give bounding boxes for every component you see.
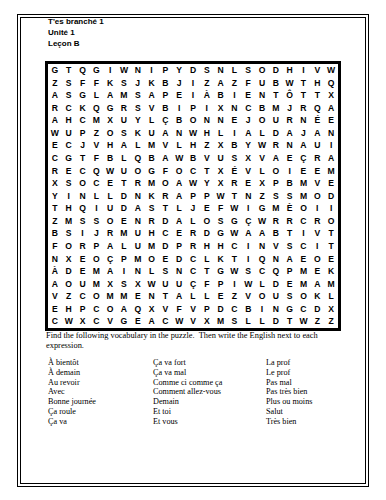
grid-cell: Y — [48, 190, 62, 203]
grid-cell: S — [200, 64, 214, 77]
grid-cell: T — [228, 190, 242, 203]
grid-cell: B — [241, 303, 255, 316]
grid-cell: F — [89, 152, 103, 165]
grid-cell: U — [172, 278, 186, 291]
grid-cell: P — [76, 303, 90, 316]
grid-cell: É — [228, 165, 242, 178]
grid-cell: C — [89, 315, 103, 328]
grid-cell: T — [269, 89, 283, 102]
grid-cell: Q — [255, 253, 269, 266]
word-list-column-1: À bientôtÀ demainAu revoirAvecBonne jour… — [48, 358, 148, 427]
grid-cell: D — [269, 315, 283, 328]
word-item: Au revoir — [48, 378, 148, 388]
grid-cell: D — [117, 202, 131, 215]
grid-cell: X — [324, 303, 338, 316]
grid-cell: Ô — [283, 89, 297, 102]
worksheet-header: T'es branché 1 Unité 1 Leçon B — [48, 16, 104, 49]
grid-cell: À — [48, 265, 62, 278]
grid-cell: W — [103, 165, 117, 178]
grid-cell: L — [89, 190, 103, 203]
grid-cell: A — [241, 227, 255, 240]
grid-cell: L — [241, 315, 255, 328]
grid-cell: V — [89, 139, 103, 152]
grid-cell: O — [145, 253, 159, 266]
grid-cell: V — [241, 165, 255, 178]
grid-cell: V — [310, 227, 324, 240]
grid-cell: A — [48, 114, 62, 127]
grid-cell: G — [145, 165, 159, 178]
grid-cell: L — [117, 152, 131, 165]
grid-cell: Z — [62, 290, 76, 303]
grid-cell: T — [76, 152, 90, 165]
grid-cell: C — [62, 102, 76, 115]
grid-cell: Ç — [103, 253, 117, 266]
grid-cell: N — [200, 114, 214, 127]
grid-cell: X — [200, 315, 214, 328]
grid-cell: K — [145, 77, 159, 90]
grid-cell: R — [48, 165, 62, 178]
grid-cell: L — [145, 114, 159, 127]
grid-cell: Y — [172, 64, 186, 77]
grid-cell: E — [297, 253, 311, 266]
grid-cell: N — [228, 102, 242, 115]
grid-cell: V — [186, 303, 200, 316]
grid-cell: N — [172, 265, 186, 278]
grid-cell: O — [131, 165, 145, 178]
grid-cell: B — [145, 152, 159, 165]
grid-cell: A — [172, 215, 186, 228]
word-list-column-3: La profLe profPas malPas très bienPlus o… — [266, 358, 361, 427]
grid-cell: X — [241, 152, 255, 165]
grid-cell: D — [62, 265, 76, 278]
word-search-grid: GTQGIWNIPYDSNLSODHIVWZSFFKSJKBJIZAZFUBWT… — [45, 61, 341, 331]
grid-cell: N — [214, 114, 228, 127]
grid-cell: S — [62, 227, 76, 240]
grid-cell: Q — [89, 102, 103, 115]
grid-cell: M — [269, 202, 283, 215]
grid-cell: E — [200, 202, 214, 215]
grid-cell: P — [172, 240, 186, 253]
grid-cell: L — [255, 315, 269, 328]
grid-cell: D — [158, 215, 172, 228]
grid-cell: L — [186, 290, 200, 303]
word-item: Ça roule — [48, 407, 148, 417]
grid-cell: R — [269, 139, 283, 152]
grid-cell: M — [297, 278, 311, 291]
grid-cell: H — [186, 139, 200, 152]
grid-cell: I — [145, 64, 159, 77]
grid-cell: X — [324, 89, 338, 102]
grid-cell: M — [89, 278, 103, 291]
grid-cell: N — [269, 303, 283, 316]
grid-cell: X — [103, 278, 117, 291]
grid-cell: P — [76, 127, 90, 140]
word-item: Avec — [48, 387, 148, 397]
grid-cell: X — [145, 303, 159, 316]
grid-cell: Z — [228, 77, 242, 90]
grid-cell: E — [172, 89, 186, 102]
grid-cell: V — [269, 240, 283, 253]
grid-cell: H — [200, 127, 214, 140]
grid-cell: Y — [241, 139, 255, 152]
grid-cell: Q — [131, 152, 145, 165]
grid-cell: I — [117, 265, 131, 278]
grid-cell: B — [158, 77, 172, 90]
grid-cell: R — [131, 177, 145, 190]
grid-cell: P — [158, 64, 172, 77]
grid-cell: B — [269, 77, 283, 90]
grid-cell: E — [103, 177, 117, 190]
grid-cell: A — [117, 139, 131, 152]
grid-cell: P — [200, 190, 214, 203]
grid-cell: M — [324, 165, 338, 178]
grid-cell: F — [214, 202, 228, 215]
grid-cell: C — [158, 315, 172, 328]
grid-cell: W — [283, 77, 297, 90]
grid-cell: Ç — [241, 215, 255, 228]
word-item: À bientôt — [48, 358, 148, 368]
grid-cell: A — [172, 190, 186, 203]
grid-cell: G — [214, 265, 228, 278]
grid-cell: R — [103, 227, 117, 240]
grid-cell: L — [89, 89, 103, 102]
grid-cell: H — [103, 139, 117, 152]
grid-cell: M — [103, 290, 117, 303]
word-item: Salut — [266, 407, 361, 417]
grid-cell: E — [228, 114, 242, 127]
grid-cell: I — [324, 139, 338, 152]
grid-cell: N — [76, 190, 90, 203]
grid-cell: A — [310, 127, 324, 140]
grid-cell: I — [89, 202, 103, 215]
grid-cell: U — [269, 114, 283, 127]
grid-cell: O — [76, 177, 90, 190]
grid-cell: S — [117, 77, 131, 90]
grid-cell: Z — [200, 139, 214, 152]
grid-cell: J — [297, 127, 311, 140]
word-item: Bonne journée — [48, 397, 148, 407]
grid-cell: U — [117, 114, 131, 127]
grid-cell: B — [172, 114, 186, 127]
grid-cell: W — [255, 215, 269, 228]
grid-cell: T — [297, 77, 311, 90]
grid-cell: G — [76, 89, 90, 102]
grid-cell: I — [172, 102, 186, 115]
grid-cell: R — [76, 240, 90, 253]
grid-cell: R — [283, 114, 297, 127]
grid-cell: N — [269, 253, 283, 266]
grid-cell: J — [186, 202, 200, 215]
grid-cell: U — [145, 127, 159, 140]
grid-cell: U — [269, 290, 283, 303]
grid-cell: S — [76, 215, 90, 228]
grid-cell: M — [145, 139, 159, 152]
grid-cell: C — [186, 253, 200, 266]
instructions-text: Find the following vocabulary in the puz… — [46, 331, 348, 351]
grid-cell: O — [89, 253, 103, 266]
grid-cell: Q — [131, 303, 145, 316]
grid-cell: C — [255, 265, 269, 278]
grid-cell: S — [62, 89, 76, 102]
grid-cell: T — [310, 89, 324, 102]
grid-cell: D — [310, 303, 324, 316]
grid-cell: H — [310, 77, 324, 90]
grid-cell: D — [158, 240, 172, 253]
grid-cell: L — [324, 290, 338, 303]
grid-cell: F — [89, 77, 103, 90]
grid-cell: V — [241, 290, 255, 303]
grid-cell: B — [269, 227, 283, 240]
grid-cell: E — [324, 177, 338, 190]
grid-cell: X — [103, 114, 117, 127]
grid-cell: R — [186, 240, 200, 253]
grid-cell: A — [172, 177, 186, 190]
grid-cell: G — [214, 227, 228, 240]
grid-cell: M — [117, 290, 131, 303]
grid-cell: J — [76, 139, 90, 152]
grid-cell: O — [89, 290, 103, 303]
grid-cell: J — [131, 77, 145, 90]
grid-cell: W — [117, 64, 131, 77]
grid-cell: T — [324, 227, 338, 240]
word-item: Le prof — [266, 368, 361, 378]
grid-cell: F — [200, 278, 214, 291]
grid-cell: B — [48, 227, 62, 240]
grid-cell: I — [186, 77, 200, 90]
grid-cell: M — [214, 315, 228, 328]
grid-cell: J — [89, 227, 103, 240]
grid-cell: G — [62, 152, 76, 165]
grid-cell: Q — [269, 265, 283, 278]
grid-cell: S — [117, 278, 131, 291]
grid-cell: S — [241, 64, 255, 77]
grid-cell: Z — [324, 315, 338, 328]
grid-cell: P — [269, 177, 283, 190]
grid-cell: K — [310, 290, 324, 303]
grid-cell: E — [117, 215, 131, 228]
grid-cell: G — [283, 303, 297, 316]
grid-cell: G — [117, 315, 131, 328]
grid-cell: S — [283, 290, 297, 303]
grid-cell: A — [269, 152, 283, 165]
word-item: Pas mal — [266, 378, 361, 388]
grid-cell: L — [103, 190, 117, 203]
grid-cell: T — [158, 290, 172, 303]
grid-cell: N — [255, 89, 269, 102]
grid-cell: O — [62, 240, 76, 253]
grid-cell: A — [145, 315, 159, 328]
grid-cell: O — [297, 202, 311, 215]
grid-cell: I — [310, 202, 324, 215]
grid-cell: N — [131, 64, 145, 77]
grid-cell: C — [76, 165, 90, 178]
grid-cell: M — [145, 240, 159, 253]
grid-cell: Z — [48, 215, 62, 228]
grid-cell: O — [297, 290, 311, 303]
grid-cell: E — [324, 253, 338, 266]
grid-cell: X — [255, 177, 269, 190]
grid-cell: T — [200, 265, 214, 278]
grid-cell: B — [103, 152, 117, 165]
grid-cell: I — [297, 64, 311, 77]
grid-cell: K — [145, 190, 159, 203]
grid-cell: C — [76, 290, 90, 303]
grid-cell: A — [324, 152, 338, 165]
grid-cell: E — [172, 227, 186, 240]
word-item: À demain — [48, 368, 148, 378]
grid-cell: L — [131, 139, 145, 152]
word-list: À bientôtÀ demainAu revoirAvecBonne jour… — [0, 358, 386, 433]
grid-cell: A — [310, 278, 324, 291]
grid-cell: G — [89, 64, 103, 77]
grid-cell: F — [76, 77, 90, 90]
grid-cell: O — [103, 215, 117, 228]
grid-cell: V — [186, 315, 200, 328]
grid-cell: I — [255, 303, 269, 316]
grid-cell: A — [48, 278, 62, 291]
grid-cell: R — [186, 227, 200, 240]
grid-cell: O — [103, 127, 117, 140]
grid-cell: S — [89, 215, 103, 228]
word-item: Comme ci comme ça — [153, 378, 265, 388]
grid-cell: W — [324, 64, 338, 77]
grid-cell: R — [158, 190, 172, 203]
grid-cell: N — [241, 190, 255, 203]
grid-cell: M — [297, 265, 311, 278]
grid-cell: R — [269, 215, 283, 228]
grid-cell: X — [214, 165, 228, 178]
grid-cell: R — [48, 102, 62, 115]
grid-cell: N — [131, 215, 145, 228]
grid-cell: U — [117, 165, 131, 178]
grid-cell: N — [255, 240, 269, 253]
grid-cell: H — [62, 114, 76, 127]
grid-cell: O — [269, 165, 283, 178]
grid-cell: M — [297, 177, 311, 190]
grid-cell: O — [158, 177, 172, 190]
grid-cell: O — [200, 215, 214, 228]
grid-cell: C — [297, 215, 311, 228]
grid-cell: Z — [48, 77, 62, 90]
grid-cell: W — [255, 139, 269, 152]
grid-cell: E — [241, 89, 255, 102]
word-item: Très bien — [266, 417, 361, 427]
grid-cell: D — [269, 127, 283, 140]
grid-cell: A — [283, 127, 297, 140]
grid-cell: U — [76, 278, 90, 291]
grid-cell: I — [241, 202, 255, 215]
grid-cell: V — [48, 290, 62, 303]
grid-cell: Ç — [297, 152, 311, 165]
grid-cell: R — [283, 215, 297, 228]
grid-cell: W — [214, 190, 228, 203]
grid-cell: P — [186, 102, 200, 115]
grid-cell: W — [297, 315, 311, 328]
grid-cell: T — [200, 165, 214, 178]
grid-cell: O — [103, 303, 117, 316]
grid-cell: T — [324, 240, 338, 253]
grid-cell: X — [62, 253, 76, 266]
grid-cell: S — [283, 190, 297, 203]
grid-cell: J — [241, 114, 255, 127]
grid-cell: S — [131, 102, 145, 115]
grid-cell: X — [131, 278, 145, 291]
grid-cell: Q — [89, 165, 103, 178]
grid-cell: O — [186, 114, 200, 127]
grid-cell: L — [255, 278, 269, 291]
grid-cell: K — [103, 77, 117, 90]
grid-cell: H — [283, 64, 297, 77]
grid-cell: K — [324, 265, 338, 278]
grid-cell: X — [214, 177, 228, 190]
grid-cell: M — [297, 190, 311, 203]
grid-cell: M — [145, 177, 159, 190]
grid-cell: L — [200, 253, 214, 266]
grid-cell: Y — [131, 114, 145, 127]
word-item: Plus ou moins — [266, 397, 361, 407]
grid-cell: À — [200, 89, 214, 102]
grid-cell: P — [89, 240, 103, 253]
grid-cell: A — [103, 240, 117, 253]
grid-cell: D — [117, 190, 131, 203]
grid-cell: G — [103, 102, 117, 115]
grid-cell: H — [145, 227, 159, 240]
grid-cell: T — [228, 253, 242, 266]
grid-cell: Q — [76, 64, 90, 77]
grid-cell: O — [324, 215, 338, 228]
grid-cell: È — [283, 202, 297, 215]
grid-cell: E — [214, 290, 228, 303]
word-item: Et toi — [153, 407, 265, 417]
grid-cell: I — [283, 165, 297, 178]
grid-cell: V — [158, 139, 172, 152]
grid-cell: V — [145, 102, 159, 115]
grid-cell: D — [269, 278, 283, 291]
grid-cell: B — [255, 102, 269, 115]
grid-cell: P — [117, 253, 131, 266]
grid-cell: A — [214, 77, 228, 90]
grid-cell: Z — [89, 127, 103, 140]
grid-cell: N — [48, 253, 62, 266]
grid-cell: Z — [228, 290, 242, 303]
grid-cell: M — [269, 102, 283, 115]
grid-cell: S — [117, 127, 131, 140]
grid-cell: S — [283, 240, 297, 253]
grid-cell: A — [103, 265, 117, 278]
grid-cell: G — [228, 215, 242, 228]
grid-cell: D — [186, 64, 200, 77]
grid-cell: X — [214, 139, 228, 152]
grid-cell: N — [324, 127, 338, 140]
grid-cell: W — [228, 265, 242, 278]
grid-cell: M — [117, 227, 131, 240]
grid-cell: R — [145, 215, 159, 228]
grid-cell: E — [48, 303, 62, 316]
grid-cell: V — [310, 64, 324, 77]
grid-cell: I — [103, 64, 117, 77]
grid-cell: W — [62, 315, 76, 328]
grid-cell: S — [62, 177, 76, 190]
grid-cell: V — [200, 152, 214, 165]
grid-cell: C — [89, 303, 103, 316]
grid-cell: S — [228, 152, 242, 165]
lesson-label: Leçon B — [48, 38, 104, 49]
grid-cell: M — [117, 89, 131, 102]
grid-cell: E — [297, 165, 311, 178]
grid-cell: E — [131, 315, 145, 328]
grid-cell: U — [214, 152, 228, 165]
grid-cell: H — [214, 240, 228, 253]
